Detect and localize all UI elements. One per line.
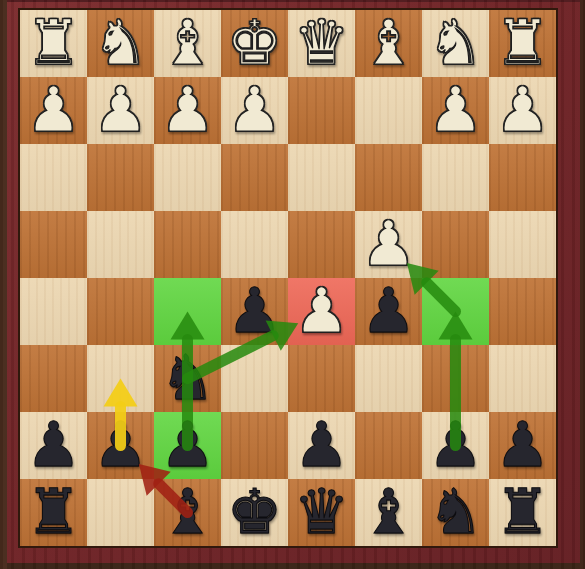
square-b3[interactable] [422,144,489,211]
white-rook-a1[interactable]: ♜ [489,10,556,77]
black-pawn-e5[interactable]: ♟ [221,278,288,345]
square-e4[interactable] [221,211,288,278]
square-b6[interactable] [422,345,489,412]
square-f4[interactable] [154,211,221,278]
square-h4[interactable] [20,211,87,278]
square-d2[interactable] [288,77,355,144]
square-g3[interactable] [87,144,154,211]
square-h3[interactable] [20,144,87,211]
square-c6[interactable] [355,345,422,412]
square-g6[interactable] [87,345,154,412]
square-g8[interactable] [87,479,154,546]
square-a6[interactable] [489,345,556,412]
black-queen-d8[interactable]: ♛ [288,479,355,546]
white-king-e1[interactable]: ♚ [221,10,288,77]
square-a5[interactable] [489,278,556,345]
black-pawn-g7[interactable]: ♟ [87,412,154,479]
black-rook-a8[interactable]: ♜ [489,479,556,546]
square-a3[interactable] [489,144,556,211]
white-knight-g1[interactable]: ♞ [87,10,154,77]
white-pawn-h2[interactable]: ♟ [20,77,87,144]
square-h5[interactable] [20,278,87,345]
black-rook-h8[interactable]: ♜ [20,479,87,546]
board-frame: ♜♞♝♛♚♝♜♟♟♟♟♟♟♞♟♟♟♟♟♟♟♟♟♟♜♞♝♛♚♝♞♜ [0,0,585,569]
white-pawn-f2[interactable]: ♟ [154,77,221,144]
square-d3[interactable] [288,144,355,211]
square-e3[interactable] [221,144,288,211]
chess-board: ♜♞♝♛♚♝♜♟♟♟♟♟♟♞♟♟♟♟♟♟♟♟♟♟♜♞♝♛♚♝♞♜ [20,10,556,546]
black-pawn-d7[interactable]: ♟ [288,412,355,479]
square-d4[interactable] [288,211,355,278]
square-h6[interactable] [20,345,87,412]
black-pawn-h7[interactable]: ♟ [20,412,87,479]
square-c7[interactable] [355,412,422,479]
highlight-green-b5 [422,278,489,345]
white-bishop-f1[interactable]: ♝ [154,10,221,77]
square-d6[interactable] [288,345,355,412]
square-c2[interactable] [355,77,422,144]
black-knight-f6[interactable]: ♞ [154,345,221,412]
black-king-e8[interactable]: ♚ [221,479,288,546]
black-pawn-c5[interactable]: ♟ [355,278,422,345]
square-e7[interactable] [221,412,288,479]
black-knight-b8[interactable]: ♞ [422,479,489,546]
white-pawn-c4[interactable]: ♟ [355,211,422,278]
square-c3[interactable] [355,144,422,211]
square-g4[interactable] [87,211,154,278]
white-pawn-b2[interactable]: ♟ [422,77,489,144]
black-bishop-f8[interactable]: ♝ [154,479,221,546]
square-e6[interactable] [221,345,288,412]
white-knight-b1[interactable]: ♞ [422,10,489,77]
square-b4[interactable] [422,211,489,278]
white-bishop-c1[interactable]: ♝ [355,10,422,77]
black-bishop-c8[interactable]: ♝ [355,479,422,546]
white-pawn-g2[interactable]: ♟ [87,77,154,144]
square-f3[interactable] [154,144,221,211]
highlight-green-f5 [154,278,221,345]
black-pawn-f7[interactable]: ♟ [154,412,221,479]
white-pawn-a2[interactable]: ♟ [489,77,556,144]
black-pawn-a7[interactable]: ♟ [489,412,556,479]
square-g5[interactable] [87,278,154,345]
white-queen-d1[interactable]: ♛ [288,10,355,77]
square-a4[interactable] [489,211,556,278]
white-pawn-e2[interactable]: ♟ [221,77,288,144]
black-pawn-b7[interactable]: ♟ [422,412,489,479]
white-pawn-d5[interactable]: ♟ [288,278,355,345]
white-rook-h1[interactable]: ♜ [20,10,87,77]
